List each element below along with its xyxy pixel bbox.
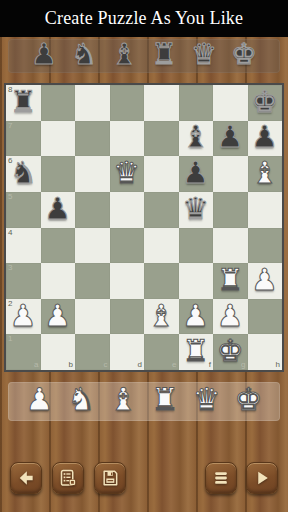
square-a4[interactable]: 4 [6,228,41,264]
square-b4[interactable] [41,228,76,264]
tray-black-king[interactable]: ♚ [231,40,257,69]
black-rook-a8[interactable]: ♜ [10,87,37,117]
square-a7[interactable]: 7 [6,121,41,157]
white-rook-g3[interactable]: ♜ [217,265,244,295]
white-piece-tray: ♟♞♝♜♛♚ [8,382,280,421]
rank-label-3: 3 [8,264,12,272]
rank-label-1: 1 [8,335,12,343]
black-pawn-b5[interactable]: ♟ [44,194,71,224]
play-button[interactable] [246,462,278,494]
square-e1[interactable]: e [144,334,179,370]
square-d2[interactable] [110,299,145,335]
tray-black-bishop[interactable]: ♝ [111,40,137,69]
toolbar-left-group [10,462,126,494]
square-a2[interactable]: 2♟ [6,299,41,335]
tray-white-pawn[interactable]: ♟ [26,384,54,415]
white-bishop-e2[interactable]: ♝ [148,301,175,331]
square-d7[interactable] [110,121,145,157]
square-e2[interactable]: ♝ [144,299,179,335]
file-label-c: c [104,361,108,369]
square-c4[interactable] [75,228,110,264]
white-pawn-f2[interactable]: ♟ [182,301,209,331]
toolbar-right-group [205,462,278,494]
square-c2[interactable] [75,299,110,335]
tray-white-king[interactable]: ♚ [235,384,263,415]
bottom-toolbar [0,462,288,494]
square-g2[interactable]: ♟ [213,299,248,335]
rank-label-5: 5 [8,193,12,201]
tray-black-pawn[interactable]: ♟ [31,40,57,69]
white-pawn-b2[interactable]: ♟ [44,301,71,331]
square-e8[interactable] [144,85,179,121]
square-e7[interactable] [144,121,179,157]
play-icon [252,468,272,488]
menu-button[interactable] [205,462,237,494]
square-d8[interactable] [110,85,145,121]
square-g6[interactable] [213,156,248,192]
save-button[interactable] [94,462,126,494]
square-d3[interactable] [110,263,145,299]
black-pawn-h7[interactable]: ♟ [251,122,278,152]
tray-white-knight[interactable]: ♞ [67,384,95,415]
square-c5[interactable] [75,192,110,228]
black-piece-tray: ♟♞♝♜♛♚ [8,39,280,73]
file-label-e: e [172,361,176,369]
square-f8[interactable] [179,85,214,121]
square-b3[interactable] [41,263,76,299]
square-b1[interactable]: b [41,334,76,370]
back-button[interactable] [10,462,42,494]
square-c3[interactable] [75,263,110,299]
square-b5[interactable]: ♟ [41,192,76,228]
black-king-h8[interactable]: ♚ [251,87,278,117]
chess-board: 8♜♚7♝♟♟6♞♛♟♝5♟♛43♜♟2♟♟♝♟♟1abcdef♜g♚h [4,83,284,372]
square-f7[interactable]: ♝ [179,121,214,157]
square-f3[interactable] [179,263,214,299]
tray-white-rook[interactable]: ♜ [151,384,179,415]
floppy-disk-icon [100,468,120,488]
file-label-a: a [34,361,38,369]
square-e5[interactable] [144,192,179,228]
square-e4[interactable] [144,228,179,264]
square-e6[interactable] [144,156,179,192]
black-queen-f5[interactable]: ♛ [182,194,209,224]
load-list-button[interactable] [52,462,84,494]
square-a5[interactable]: 5 [6,192,41,228]
square-h5[interactable] [248,192,283,228]
square-g3[interactable]: ♜ [213,263,248,299]
square-c6[interactable] [75,156,110,192]
square-g1[interactable]: g♚ [213,334,248,370]
square-d4[interactable] [110,228,145,264]
square-h2[interactable] [248,299,283,335]
square-g8[interactable] [213,85,248,121]
rank-label-4: 4 [8,229,12,237]
square-f6[interactable]: ♟ [179,156,214,192]
white-queen-d6[interactable]: ♛ [113,158,140,188]
square-c7[interactable] [75,121,110,157]
square-a3[interactable]: 3 [6,263,41,299]
tray-black-rook[interactable]: ♜ [151,40,177,69]
square-a8[interactable]: 8♜ [6,85,41,121]
page-title: Create Puzzle As You Like [45,8,243,29]
board-grid: 8♜♚7♝♟♟6♞♛♟♝5♟♛43♜♟2♟♟♝♟♟1abcdef♜g♚h [6,85,282,370]
square-a6[interactable]: 6♞ [6,156,41,192]
square-c1[interactable]: c [75,334,110,370]
square-f1[interactable]: f♜ [179,334,214,370]
list-save-icon [58,468,78,488]
title-bar: Create Puzzle As You Like [0,0,288,37]
square-h4[interactable] [248,228,283,264]
tray-white-queen[interactable]: ♛ [193,384,221,415]
black-pawn-f6[interactable]: ♟ [182,158,209,188]
square-h7[interactable]: ♟ [248,121,283,157]
file-label-b: b [69,361,73,369]
square-f2[interactable]: ♟ [179,299,214,335]
square-c8[interactable] [75,85,110,121]
black-knight-a6[interactable]: ♞ [10,158,37,188]
square-g4[interactable] [213,228,248,264]
square-d5[interactable] [110,192,145,228]
square-g7[interactable]: ♟ [213,121,248,157]
square-h6[interactable]: ♝ [248,156,283,192]
square-b7[interactable] [41,121,76,157]
white-rook-f1[interactable]: ♜ [182,336,209,366]
black-bishop-f7[interactable]: ♝ [182,122,209,152]
square-b8[interactable] [41,85,76,121]
square-g5[interactable] [213,192,248,228]
tray-black-knight[interactable]: ♞ [71,40,97,69]
square-b2[interactable]: ♟ [41,299,76,335]
file-label-d: d [138,361,142,369]
white-pawn-a2[interactable]: ♟ [10,301,37,331]
square-f5[interactable]: ♛ [179,192,214,228]
square-d6[interactable]: ♛ [110,156,145,192]
square-a1[interactable]: 1a [6,334,41,370]
square-d1[interactable]: d [110,334,145,370]
white-pawn-h3[interactable]: ♟ [251,265,278,295]
tray-white-bishop[interactable]: ♝ [109,384,137,415]
file-label-h: h [276,361,280,369]
rank-label-7: 7 [8,122,12,130]
square-h8[interactable]: ♚ [248,85,283,121]
square-e3[interactable] [144,263,179,299]
square-b6[interactable] [41,156,76,192]
square-h1[interactable]: h [248,334,283,370]
square-h3[interactable]: ♟ [248,263,283,299]
white-bishop-h6[interactable]: ♝ [251,158,278,188]
square-f4[interactable] [179,228,214,264]
white-pawn-g2[interactable]: ♟ [217,301,244,331]
tray-black-queen[interactable]: ♛ [191,40,217,69]
hamburger-menu-icon [211,468,231,488]
arrow-left-icon [16,468,36,488]
app-root: Create Puzzle As You Like ♟♞♝♜♛♚ 8♜♚7♝♟♟… [0,0,288,512]
black-pawn-g7[interactable]: ♟ [217,122,244,152]
white-king-g1[interactable]: ♚ [217,336,244,366]
